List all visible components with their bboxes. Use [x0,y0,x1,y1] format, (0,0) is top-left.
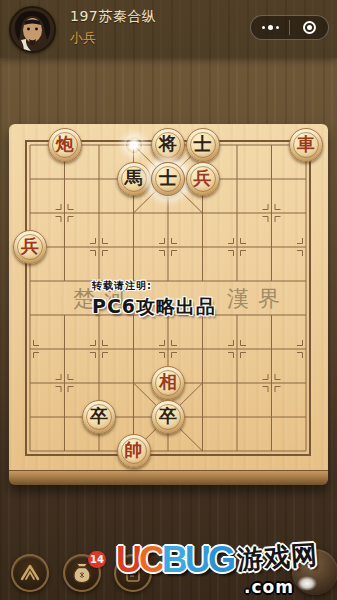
piece-glyph: 卒 [90,407,108,425]
piece-glyph: 士 [194,135,212,153]
logo-letter: C [139,542,162,578]
mode-label: 小兵 [70,31,156,44]
player-avatar [9,6,56,53]
menu-button[interactable] [11,554,49,592]
logo-letter: U [185,542,208,578]
more-dots-icon [262,25,279,30]
logo-letter: G [208,542,233,578]
capsule-target-icon [303,21,316,34]
piece-glyph: 兵 [21,237,39,255]
ucbug-logo: UCBUG游戏网 .com [116,540,318,578]
minimize-button[interactable] [290,16,328,39]
piece-炮-red[interactable]: 炮 [48,128,82,162]
ucbug-cn-text: 游戏网 [236,537,319,578]
piece-glyph: 帥 [125,441,143,459]
piece-車-red[interactable]: 車 [289,128,323,162]
avatar-portrait-icon [11,8,54,51]
hint-count-badge: 14 [88,551,106,568]
watermark-line2: PC6攻略出品 [92,294,216,320]
piece-glyph: 将 [159,135,177,153]
piece-glyph: 士 [159,169,177,187]
logo-letter: U [116,542,139,578]
last-move-origin-marker [126,137,142,153]
mountain-icon [18,561,42,585]
piece-glyph: 卒 [159,407,177,425]
piece-卒-black[interactable]: 卒 [82,400,116,434]
piece-帥-red[interactable]: 帥 [117,434,151,468]
hint-bag-button[interactable]: 14 [63,554,101,592]
piece-士-black[interactable]: 士 [186,128,220,162]
watermark-line1: 转载请注明: [92,279,216,293]
more-options-button[interactable] [251,16,289,39]
piece-士-black[interactable]: 士 [151,162,185,196]
piece-将-black[interactable]: 将 [151,128,185,162]
ucbug-domain-text: .com [244,577,294,597]
piece-glyph: 炮 [56,135,74,153]
wechat-capsule [250,15,329,40]
game-screen: 197苏秦合纵 小兵 楚河 漢界 炮将士車馬士兵兵相卒卒帥 转载请注明: PC6… [0,0,337,600]
piece-相-red[interactable]: 相 [151,366,185,400]
board-front-edge [9,470,328,485]
piece-兵-red[interactable]: 兵 [13,230,47,264]
level-title: 197苏秦合纵 [70,9,156,23]
piece-glyph: 相 [159,373,177,391]
piece-馬-black[interactable]: 馬 [117,162,151,196]
top-bar: 197苏秦合纵 小兵 [0,0,337,58]
piece-glyph: 兵 [194,169,212,187]
ucbug-letters: UCBUG [116,557,233,576]
piece-glyph: 車 [297,135,315,153]
piece-glyph: 馬 [125,169,143,187]
watermark-credit: 转载请注明: PC6攻略出品 [92,279,216,320]
piece-兵-red[interactable]: 兵 [186,162,220,196]
logo-letter: B [162,542,185,578]
piece-卒-black[interactable]: 卒 [151,400,185,434]
